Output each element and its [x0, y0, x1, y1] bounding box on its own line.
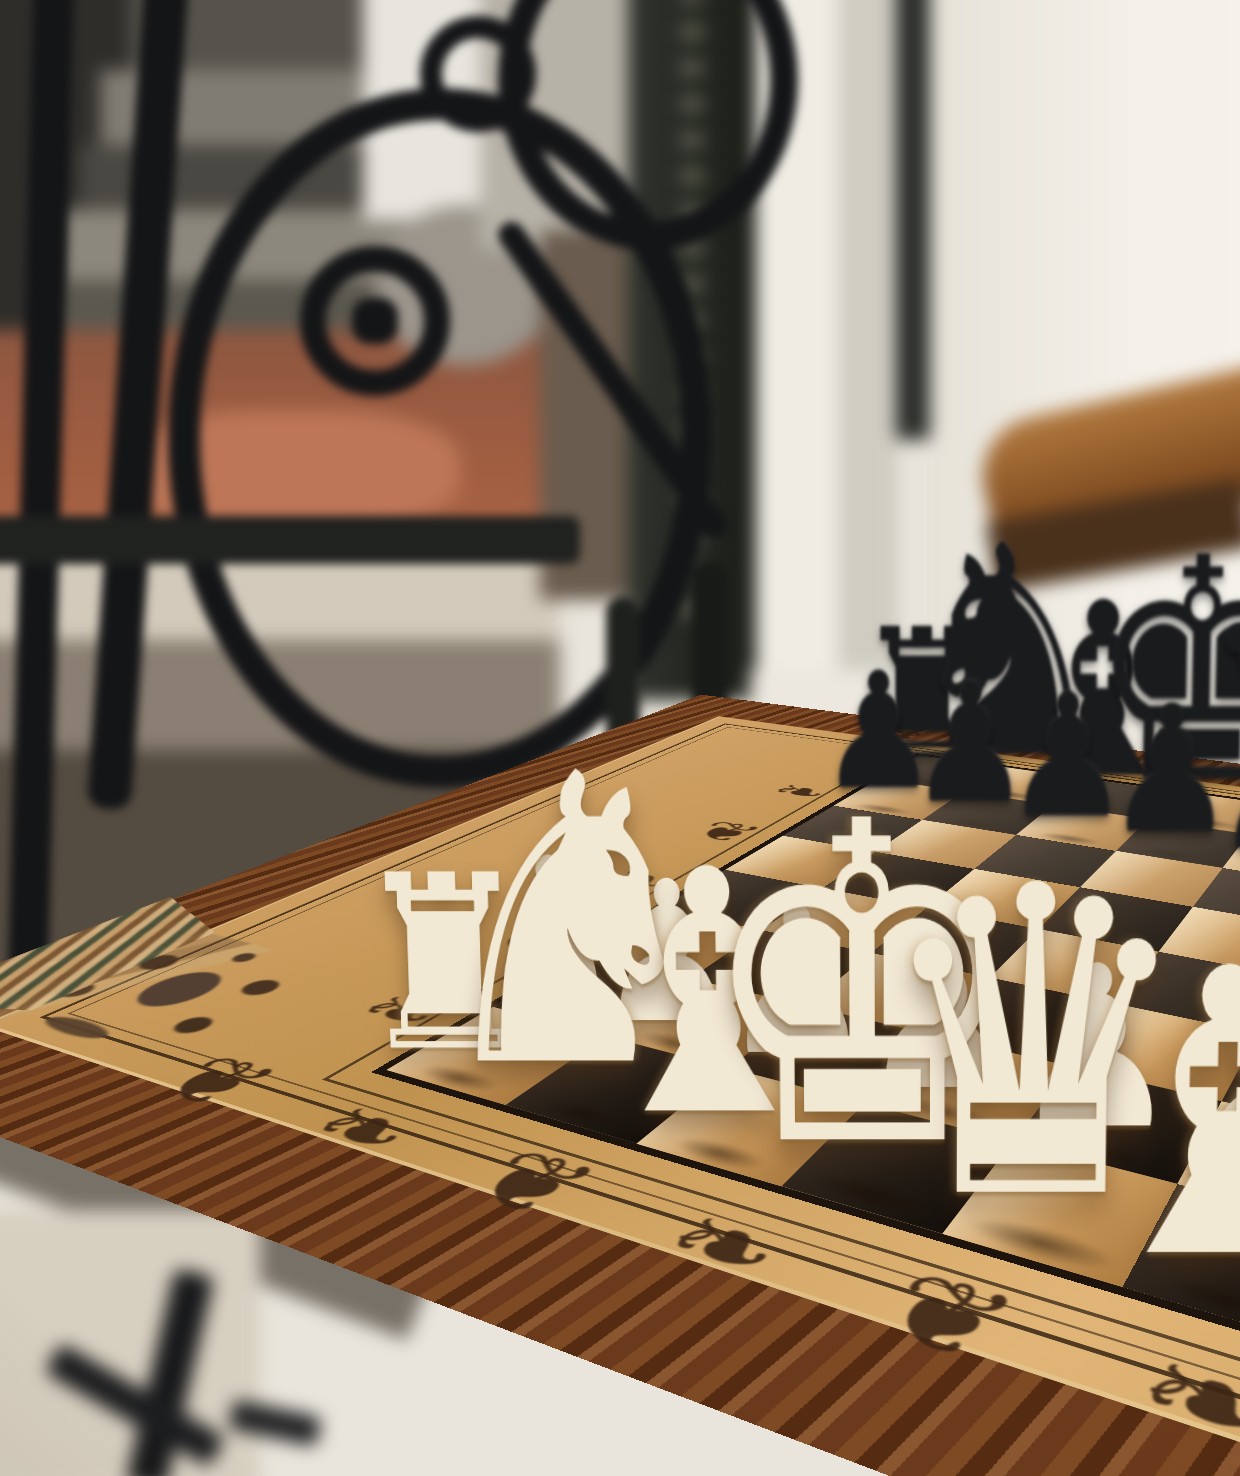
- iron-scroll-small: [420, 16, 536, 132]
- iron-spiral-center: [352, 298, 398, 344]
- piece-white-bishop-c1: ♝: [1075, 917, 1240, 1312]
- photo-scene: ❦ ❧ ❦ ❧ ❦ ❧ ❦ ❧ ❦ ❧ ❦ ❦ ❧ ❦ ❧ ❦ ❧ ❦ ❧ ❦ …: [0, 0, 1240, 1476]
- piece-black-pawn-d7: ♟: [1213, 694, 1240, 876]
- iron-horizontal-rail: [0, 516, 580, 564]
